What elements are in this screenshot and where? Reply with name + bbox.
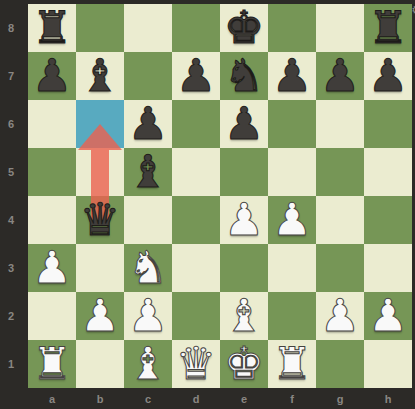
chess-app: 87654321 ♜♚♜♟♝♟♞♟♟♟♟♟♝♛♟♟♟♞♟♟♝♟♟♜♝♛♚♜ ab… — [0, 0, 415, 409]
square-c8[interactable] — [124, 4, 172, 52]
square-g2[interactable]: ♟ — [316, 292, 364, 340]
square-f1[interactable]: ♜ — [268, 340, 316, 388]
file-label-g: g — [316, 388, 364, 409]
piece-white-rook[interactable]: ♜ — [32, 340, 72, 388]
square-e1[interactable]: ♚ — [220, 340, 268, 388]
square-b1[interactable] — [76, 340, 124, 388]
file-label-h: h — [364, 388, 412, 409]
square-h3[interactable] — [364, 244, 412, 292]
square-f7[interactable]: ♟ — [268, 52, 316, 100]
square-h7[interactable]: ♟ — [364, 52, 412, 100]
square-b8[interactable] — [76, 4, 124, 52]
square-a7[interactable]: ♟ — [28, 52, 76, 100]
piece-white-pawn[interactable]: ♟ — [224, 196, 264, 244]
square-g1[interactable] — [316, 340, 364, 388]
square-e6[interactable]: ♟ — [220, 100, 268, 148]
square-d4[interactable] — [172, 196, 220, 244]
square-f2[interactable] — [268, 292, 316, 340]
square-h8[interactable]: ♜ — [364, 4, 412, 52]
square-g4[interactable] — [316, 196, 364, 244]
piece-white-rook[interactable]: ♜ — [272, 340, 312, 388]
square-e8[interactable]: ♚ — [220, 4, 268, 52]
square-e3[interactable] — [220, 244, 268, 292]
file-label-a: a — [28, 388, 76, 409]
piece-white-bishop[interactable]: ♝ — [128, 340, 168, 388]
square-g6[interactable] — [316, 100, 364, 148]
piece-black-king[interactable]: ♚ — [224, 4, 264, 52]
square-b5[interactable] — [76, 148, 124, 196]
square-c1[interactable]: ♝ — [124, 340, 172, 388]
square-a3[interactable]: ♟ — [28, 244, 76, 292]
square-g5[interactable] — [316, 148, 364, 196]
square-c3[interactable]: ♞ — [124, 244, 172, 292]
piece-black-knight[interactable]: ♞ — [224, 52, 264, 100]
square-b2[interactable]: ♟ — [76, 292, 124, 340]
square-d8[interactable] — [172, 4, 220, 52]
rank-label-4: 4 — [0, 196, 22, 244]
square-f4[interactable]: ♟ — [268, 196, 316, 244]
square-b4[interactable]: ♛ — [76, 196, 124, 244]
rank-label-3: 3 — [0, 244, 22, 292]
file-label-e: e — [220, 388, 268, 409]
piece-white-pawn[interactable]: ♟ — [320, 292, 360, 340]
piece-white-pawn[interactable]: ♟ — [128, 292, 168, 340]
piece-black-pawn[interactable]: ♟ — [368, 52, 408, 100]
piece-black-pawn[interactable]: ♟ — [32, 52, 72, 100]
piece-white-pawn[interactable]: ♟ — [32, 244, 72, 292]
square-a2[interactable] — [28, 292, 76, 340]
piece-white-king[interactable]: ♚ — [224, 340, 264, 388]
file-labels: abcdefgh — [28, 388, 412, 409]
square-c7[interactable] — [124, 52, 172, 100]
square-f5[interactable] — [268, 148, 316, 196]
rank-label-2: 2 — [0, 292, 22, 340]
piece-black-pawn[interactable]: ♟ — [176, 52, 216, 100]
square-e5[interactable] — [220, 148, 268, 196]
piece-white-pawn[interactable]: ♟ — [368, 292, 408, 340]
piece-black-pawn[interactable]: ♟ — [320, 52, 360, 100]
square-f6[interactable] — [268, 100, 316, 148]
rank-label-6: 6 — [0, 100, 22, 148]
square-b3[interactable] — [76, 244, 124, 292]
square-h6[interactable] — [364, 100, 412, 148]
square-c2[interactable]: ♟ — [124, 292, 172, 340]
square-h4[interactable] — [364, 196, 412, 244]
square-c5[interactable]: ♝ — [124, 148, 172, 196]
square-d5[interactable] — [172, 148, 220, 196]
rank-labels: 87654321 — [0, 4, 22, 388]
piece-black-rook[interactable]: ♜ — [368, 4, 408, 52]
square-a8[interactable]: ♜ — [28, 4, 76, 52]
square-a6[interactable] — [28, 100, 76, 148]
square-d3[interactable] — [172, 244, 220, 292]
square-b7[interactable]: ♝ — [76, 52, 124, 100]
file-label-c: c — [124, 388, 172, 409]
square-g8[interactable] — [316, 4, 364, 52]
piece-white-pawn[interactable]: ♟ — [80, 292, 120, 340]
square-a1[interactable]: ♜ — [28, 340, 76, 388]
square-e4[interactable]: ♟ — [220, 196, 268, 244]
square-b6[interactable] — [76, 100, 124, 148]
square-d6[interactable] — [172, 100, 220, 148]
gear-icon[interactable]: ⚙ — [411, 4, 415, 16]
rank-label-7: 7 — [0, 52, 22, 100]
square-d2[interactable] — [172, 292, 220, 340]
rank-label-5: 5 — [0, 148, 22, 196]
piece-black-bishop[interactable]: ♝ — [128, 148, 168, 196]
piece-black-bishop[interactable]: ♝ — [80, 52, 120, 100]
rank-label-8: 8 — [0, 4, 22, 52]
rank-label-1: 1 — [0, 340, 22, 388]
piece-black-pawn[interactable]: ♟ — [224, 100, 264, 148]
piece-white-pawn[interactable]: ♟ — [272, 196, 312, 244]
piece-white-knight[interactable]: ♞ — [128, 244, 168, 292]
square-f3[interactable] — [268, 244, 316, 292]
piece-black-pawn[interactable]: ♟ — [128, 100, 168, 148]
chess-board: ♜♚♜♟♝♟♞♟♟♟♟♟♝♛♟♟♟♞♟♟♝♟♟♜♝♛♚♜ — [28, 4, 412, 388]
square-g3[interactable] — [316, 244, 364, 292]
piece-white-bishop[interactable]: ♝ — [224, 292, 264, 340]
square-e2[interactable]: ♝ — [220, 292, 268, 340]
square-g7[interactable]: ♟ — [316, 52, 364, 100]
piece-black-pawn[interactable]: ♟ — [272, 52, 312, 100]
square-a4[interactable] — [28, 196, 76, 244]
piece-white-queen[interactable]: ♛ — [176, 340, 216, 388]
piece-black-queen[interactable]: ♛ — [80, 196, 120, 244]
square-c4[interactable] — [124, 196, 172, 244]
square-c6[interactable]: ♟ — [124, 100, 172, 148]
square-d7[interactable]: ♟ — [172, 52, 220, 100]
square-h1[interactable] — [364, 340, 412, 388]
square-h5[interactable] — [364, 148, 412, 196]
file-label-b: b — [76, 388, 124, 409]
file-label-d: d — [172, 388, 220, 409]
square-a5[interactable] — [28, 148, 76, 196]
square-f8[interactable] — [268, 4, 316, 52]
square-h2[interactable]: ♟ — [364, 292, 412, 340]
piece-black-rook[interactable]: ♜ — [32, 4, 72, 52]
file-label-f: f — [268, 388, 316, 409]
square-d1[interactable]: ♛ — [172, 340, 220, 388]
square-e7[interactable]: ♞ — [220, 52, 268, 100]
